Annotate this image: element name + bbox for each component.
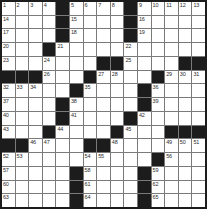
cell-r10c6[interactable]	[70, 126, 83, 139]
black-cell-r9c5	[56, 112, 69, 125]
cell-r8c2[interactable]	[16, 98, 29, 111]
black-cell-r10c4	[43, 126, 56, 139]
cell-r1c14[interactable]: 12	[179, 2, 192, 15]
cell-r6c9[interactable]: 28	[111, 71, 124, 84]
black-cell-r5c14	[179, 57, 192, 70]
cell-r15c2[interactable]	[16, 194, 29, 207]
cell-r1c12[interactable]: 10	[152, 2, 165, 15]
cell-r15c3[interactable]	[29, 194, 42, 207]
clue-number: 46	[30, 139, 36, 145]
clue-number: 62	[153, 181, 159, 187]
cell-r15c5[interactable]	[56, 194, 69, 207]
cell-r3c15[interactable]	[192, 29, 205, 42]
black-cell-r8c11	[138, 98, 151, 111]
cell-r4c10[interactable]: 22	[124, 43, 137, 56]
cell-r6c10[interactable]	[124, 71, 137, 84]
clue-number: 22	[125, 43, 131, 49]
black-cell-r5c9	[111, 57, 124, 70]
clue-number: 55	[98, 153, 104, 159]
cell-r4c15[interactable]	[192, 43, 205, 56]
clue-number: 8	[112, 2, 115, 8]
clue-number: 56	[166, 153, 172, 159]
cell-r3c11[interactable]: 19	[138, 29, 151, 42]
cell-r8c3[interactable]	[29, 98, 42, 111]
clue-number: 6	[85, 2, 88, 8]
clue-number: 16	[139, 16, 145, 22]
cell-r10c3[interactable]	[29, 126, 42, 139]
cell-r15c9[interactable]	[111, 194, 124, 207]
cell-r12c2[interactable]: 53	[16, 153, 29, 166]
cell-r1c4[interactable]: 4	[43, 2, 56, 15]
clue-number: 40	[3, 112, 9, 118]
black-cell-r14c6	[70, 181, 83, 194]
clue-number: 41	[71, 112, 77, 118]
cell-r1c8[interactable]: 7	[97, 2, 110, 15]
cell-r3c4[interactable]	[43, 29, 56, 42]
clue-number: 18	[71, 29, 77, 35]
cell-r4c13[interactable]	[165, 43, 178, 56]
cell-r9c8[interactable]	[97, 112, 110, 125]
cell-r4c2[interactable]	[16, 43, 29, 56]
clue-number: 61	[85, 181, 91, 187]
clue-number: 31	[193, 71, 199, 77]
black-cell-r10c13	[165, 126, 178, 139]
cell-r12c10[interactable]	[124, 153, 137, 166]
clue-number: 15	[71, 16, 77, 22]
cell-r12c7[interactable]: 54	[84, 153, 97, 166]
clue-number: 9	[139, 2, 142, 8]
cell-r15c15[interactable]	[192, 194, 205, 207]
cell-r9c7[interactable]	[84, 112, 97, 125]
cell-r10c8[interactable]	[97, 126, 110, 139]
cell-r5c12[interactable]	[152, 57, 165, 70]
clue-number: 29	[166, 71, 172, 77]
cell-r5c2[interactable]	[16, 57, 29, 70]
cell-r13c4[interactable]	[43, 167, 56, 180]
cell-r1c13[interactable]: 11	[165, 2, 178, 15]
cell-r12c15[interactable]	[192, 153, 205, 166]
cell-r12c1[interactable]: 52	[2, 153, 15, 166]
cell-r5c6[interactable]	[70, 57, 83, 70]
clue-number: 52	[3, 153, 9, 159]
cell-r10c1[interactable]: 43	[2, 126, 15, 139]
cell-r5c7[interactable]	[84, 57, 97, 70]
cell-r15c12[interactable]: 65	[152, 194, 165, 207]
cell-r11c6[interactable]	[70, 139, 83, 152]
clue-number: 14	[3, 16, 9, 22]
cell-r9c6[interactable]: 41	[70, 112, 83, 125]
cell-r15c7[interactable]: 64	[84, 194, 97, 207]
cell-r3c2[interactable]	[16, 29, 29, 42]
cell-r4c9[interactable]	[111, 43, 124, 56]
cell-r3c12[interactable]	[152, 29, 165, 42]
clue-number: 20	[3, 43, 9, 49]
cell-r8c9[interactable]	[111, 98, 124, 111]
cell-r13c2[interactable]	[16, 167, 29, 180]
cell-r14c12[interactable]: 62	[152, 181, 165, 194]
cell-r14c9[interactable]	[111, 181, 124, 194]
cell-r13c8[interactable]	[97, 167, 110, 180]
cell-r2c1[interactable]: 14	[2, 16, 15, 29]
cell-r6c13[interactable]: 29	[165, 71, 178, 84]
cell-r6c8[interactable]: 27	[97, 71, 110, 84]
black-cell-r15c11	[138, 194, 151, 207]
clue-number: 57	[3, 167, 9, 173]
cell-r10c11[interactable]	[138, 126, 151, 139]
black-cell-r13c11	[138, 167, 151, 180]
cell-r12c3[interactable]	[29, 153, 42, 166]
clue-number: 28	[112, 71, 118, 77]
cell-r12c11[interactable]	[138, 153, 151, 166]
cell-r6c11[interactable]	[138, 71, 151, 84]
clue-number: 10	[153, 2, 159, 8]
cell-r5c11[interactable]	[138, 57, 151, 70]
clue-number: 48	[112, 139, 118, 145]
clue-number: 25	[125, 57, 131, 63]
cell-r7c8[interactable]	[97, 84, 110, 97]
cell-r6c14[interactable]: 30	[179, 71, 192, 84]
cell-r11c13[interactable]: 49	[165, 139, 178, 152]
cell-r10c7[interactable]	[84, 126, 97, 139]
black-cell-r6c12	[152, 71, 165, 84]
cell-r1c2[interactable]: 2	[16, 2, 29, 15]
black-cell-r9c10	[124, 112, 137, 125]
cell-r9c1[interactable]: 40	[2, 112, 15, 125]
clue-number: 19	[139, 29, 145, 35]
cell-r4c8[interactable]	[97, 43, 110, 56]
cell-r1c11[interactable]: 9	[138, 2, 151, 15]
black-cell-r13c6	[70, 167, 83, 180]
cell-r4c3[interactable]	[29, 43, 42, 56]
cell-r4c14[interactable]	[179, 43, 192, 56]
clue-number: 27	[98, 71, 104, 77]
cell-r13c5[interactable]	[56, 167, 69, 180]
cell-r4c7[interactable]	[84, 43, 97, 56]
clue-number: 17	[3, 29, 9, 35]
black-cell-r15c6	[70, 194, 83, 207]
black-cell-r10c9	[111, 126, 124, 139]
cell-r8c4[interactable]	[43, 98, 56, 111]
cell-r5c5[interactable]	[56, 57, 69, 70]
clue-number: 24	[44, 57, 50, 63]
cell-r12c14[interactable]	[179, 153, 192, 166]
clue-number: 47	[44, 139, 50, 145]
cell-r2c4[interactable]	[43, 16, 56, 29]
cell-r3c14[interactable]	[179, 29, 192, 42]
cell-r14c15[interactable]	[192, 181, 205, 194]
cell-r4c5[interactable]: 21	[56, 43, 69, 56]
clue-number: 7	[98, 2, 101, 8]
cell-r14c5[interactable]	[56, 181, 69, 194]
clue-number: 42	[139, 112, 145, 118]
clue-number: 32	[3, 84, 9, 90]
clue-number: 65	[153, 194, 159, 200]
black-cell-r11c8	[97, 139, 110, 152]
clue-number: 50	[180, 139, 186, 145]
cell-r13c13[interactable]	[165, 167, 178, 180]
cell-r3c1[interactable]: 17	[2, 29, 15, 42]
cell-r2c12[interactable]	[152, 16, 165, 29]
clue-number: 33	[17, 84, 23, 90]
cell-r9c4[interactable]	[43, 112, 56, 125]
clue-number: 4	[44, 2, 47, 8]
clue-number: 38	[71, 98, 77, 104]
cell-r2c3[interactable]	[29, 16, 42, 29]
clue-number: 49	[166, 139, 172, 145]
cell-r2c9[interactable]	[111, 16, 124, 29]
cell-r14c7[interactable]: 61	[84, 181, 97, 194]
cell-r14c10[interactable]	[124, 181, 137, 194]
cell-r8c6[interactable]: 38	[70, 98, 83, 111]
cell-r7c4[interactable]	[43, 84, 56, 97]
cell-r6c5[interactable]	[56, 71, 69, 84]
cell-r7c1[interactable]: 32	[2, 84, 15, 97]
black-cell-r11c2	[16, 139, 29, 152]
cell-r11c15[interactable]: 51	[192, 139, 205, 152]
cell-r8c13[interactable]	[165, 98, 178, 111]
clue-number: 64	[85, 194, 91, 200]
black-cell-r4c4	[43, 43, 56, 56]
cell-r12c4[interactable]	[43, 153, 56, 166]
black-cell-r11c7	[84, 139, 97, 152]
cell-r12c13[interactable]: 56	[165, 153, 178, 166]
cell-r2c8[interactable]	[97, 16, 110, 29]
clue-number: 37	[3, 98, 9, 104]
black-cell-r7c11	[138, 84, 151, 97]
clue-number: 11	[166, 2, 171, 8]
crossword-grid: 1234567891011121314151617181920212223242…	[0, 0, 207, 209]
clue-number: 23	[3, 57, 9, 63]
cell-r12c6[interactable]	[70, 153, 83, 166]
clue-number: 34	[30, 84, 36, 90]
black-cell-r12c12	[152, 153, 165, 166]
cell-r3c3[interactable]	[29, 29, 42, 42]
black-cell-r1c5	[56, 2, 69, 15]
black-cell-r6c3	[29, 71, 42, 84]
cell-r2c2[interactable]	[16, 16, 29, 29]
clue-number: 60	[3, 181, 9, 187]
cell-r7c13[interactable]	[165, 84, 178, 97]
cell-r3c13[interactable]	[165, 29, 178, 42]
black-cell-r2c10	[124, 16, 137, 29]
cell-r15c1[interactable]: 63	[2, 194, 15, 207]
cell-r13c15[interactable]	[192, 167, 205, 180]
clue-number: 36	[153, 84, 159, 90]
clue-number: 26	[44, 71, 50, 77]
cell-r6c15[interactable]: 31	[192, 71, 205, 84]
cell-r14c1[interactable]: 60	[2, 181, 15, 194]
cell-r1c3[interactable]: 3	[29, 2, 42, 15]
clue-number: 35	[85, 84, 91, 90]
cell-r2c6[interactable]: 15	[70, 16, 83, 29]
cell-r4c1[interactable]: 20	[2, 43, 15, 56]
cell-r4c12[interactable]	[152, 43, 165, 56]
cell-r7c9[interactable]	[111, 84, 124, 97]
cell-r1c1[interactable]: 1	[2, 2, 15, 15]
cell-r10c12[interactable]	[152, 126, 165, 139]
cell-r2c13[interactable]	[165, 16, 178, 29]
clue-number: 3	[30, 2, 33, 8]
cell-r11c14[interactable]: 50	[179, 139, 192, 152]
black-cell-r10c15	[192, 126, 205, 139]
clue-number: 45	[125, 126, 131, 132]
black-cell-r2c5	[56, 16, 69, 29]
cell-r5c3[interactable]	[29, 57, 42, 70]
cell-r2c7[interactable]	[84, 16, 97, 29]
cell-r12c5[interactable]	[56, 153, 69, 166]
clue-number: 58	[85, 167, 91, 173]
black-cell-r6c1	[2, 71, 15, 84]
cell-r7c12[interactable]: 36	[152, 84, 165, 97]
black-cell-r10c14	[179, 126, 192, 139]
cell-r11c12[interactable]	[152, 139, 165, 152]
cell-r15c10[interactable]	[124, 194, 137, 207]
cell-r13c9[interactable]	[111, 167, 124, 180]
cell-r5c1[interactable]: 23	[2, 57, 15, 70]
clue-number: 1	[3, 2, 6, 8]
cell-r9c11[interactable]: 42	[138, 112, 151, 125]
black-cell-r3c5	[56, 29, 69, 42]
cell-r2c15[interactable]	[192, 16, 205, 29]
cell-r15c4[interactable]	[43, 194, 56, 207]
black-cell-r5c8	[97, 57, 110, 70]
cell-r11c11[interactable]	[138, 139, 151, 152]
page-background: 1234567891011121314151617181920212223242…	[0, 0, 207, 209]
clue-number: 51	[193, 139, 199, 145]
black-cell-r5c15	[192, 57, 205, 70]
cell-r11c10[interactable]	[124, 139, 137, 152]
cell-r2c14[interactable]	[179, 16, 192, 29]
cell-r13c14[interactable]	[179, 167, 192, 180]
black-cell-r11c1	[2, 139, 15, 152]
cell-r8c8[interactable]	[97, 98, 110, 111]
cell-r9c13[interactable]	[165, 112, 178, 125]
cell-r8c14[interactable]	[179, 98, 192, 111]
cell-r12c8[interactable]: 55	[97, 153, 110, 166]
cell-r4c6[interactable]	[70, 43, 83, 56]
cell-r15c8[interactable]	[97, 194, 110, 207]
cell-r14c13[interactable]	[165, 181, 178, 194]
black-cell-r3c10	[124, 29, 137, 42]
cell-r13c3[interactable]	[29, 167, 42, 180]
cell-r9c9[interactable]	[111, 112, 124, 125]
cell-r5c10[interactable]: 25	[124, 57, 137, 70]
cell-r1c7[interactable]: 6	[84, 2, 97, 15]
cell-r11c4[interactable]: 47	[43, 139, 56, 152]
cell-r3c7[interactable]	[84, 29, 97, 42]
cell-r8c7[interactable]	[84, 98, 97, 111]
clue-number: 44	[57, 126, 63, 132]
black-cell-r6c2	[16, 71, 29, 84]
cell-r13c12[interactable]: 59	[152, 167, 165, 180]
cell-r11c3[interactable]: 46	[29, 139, 42, 152]
cell-r14c4[interactable]	[43, 181, 56, 194]
cell-r9c2[interactable]	[16, 112, 29, 125]
cell-r13c7[interactable]: 58	[84, 167, 97, 180]
cell-r7c7[interactable]: 35	[84, 84, 97, 97]
clue-number: 63	[3, 194, 9, 200]
cell-r9c12[interactable]	[152, 112, 165, 125]
cell-r6c4[interactable]: 26	[43, 71, 56, 84]
cell-r7c3[interactable]: 34	[29, 84, 42, 97]
clue-number: 59	[153, 167, 159, 173]
cell-r2c11[interactable]: 16	[138, 16, 151, 29]
cell-r8c10[interactable]	[124, 98, 137, 111]
cell-r3c6[interactable]: 18	[70, 29, 83, 42]
cell-r7c14[interactable]	[179, 84, 192, 97]
cell-r8c12[interactable]: 39	[152, 98, 165, 111]
cell-r11c5[interactable]	[56, 139, 69, 152]
black-cell-r7c6	[70, 84, 83, 97]
cell-r5c4[interactable]: 24	[43, 57, 56, 70]
cell-r10c10[interactable]: 45	[124, 126, 137, 139]
black-cell-r1c10	[124, 2, 137, 15]
cell-r9c14[interactable]	[179, 112, 192, 125]
black-cell-r14c11	[138, 181, 151, 194]
cell-r7c2[interactable]: 33	[16, 84, 29, 97]
clue-number: 43	[3, 126, 9, 132]
cell-r15c13[interactable]	[165, 194, 178, 207]
cell-r14c2[interactable]	[16, 181, 29, 194]
cell-r10c5[interactable]: 44	[56, 126, 69, 139]
clue-number: 21	[57, 43, 63, 49]
cell-r14c3[interactable]	[29, 181, 42, 194]
clue-number: 30	[180, 71, 186, 77]
cell-r6c6[interactable]	[70, 71, 83, 84]
cell-r7c15[interactable]	[192, 84, 205, 97]
cell-r14c8[interactable]	[97, 181, 110, 194]
cell-r13c10[interactable]	[124, 167, 137, 180]
cell-r3c9[interactable]	[111, 29, 124, 42]
clue-number: 53	[17, 153, 23, 159]
black-cell-r6c7	[84, 71, 97, 84]
cell-r1c9[interactable]: 8	[111, 2, 124, 15]
cell-r11c9[interactable]: 48	[111, 139, 124, 152]
cell-r9c3[interactable]	[29, 112, 42, 125]
black-cell-r8c5	[56, 98, 69, 111]
cell-r13c1[interactable]: 57	[2, 167, 15, 180]
clue-number: 2	[17, 2, 20, 8]
clue-number: 54	[85, 153, 91, 159]
cell-r14c14[interactable]	[179, 181, 192, 194]
cell-r8c15[interactable]	[192, 98, 205, 111]
cell-r12c9[interactable]	[111, 153, 124, 166]
cell-r9c15[interactable]	[192, 112, 205, 125]
cell-r5c13[interactable]	[165, 57, 178, 70]
cell-r10c2[interactable]	[16, 126, 29, 139]
cell-r4c11[interactable]	[138, 43, 151, 56]
clue-number: 13	[193, 2, 199, 8]
clue-number: 5	[71, 2, 74, 8]
cell-r3c8[interactable]	[97, 29, 110, 42]
cell-r7c10[interactable]	[124, 84, 137, 97]
clue-number: 39	[153, 98, 159, 104]
cell-r1c6[interactable]: 5	[70, 2, 83, 15]
cell-r8c1[interactable]: 37	[2, 98, 15, 111]
clue-number: 12	[180, 2, 186, 8]
cell-r7c5[interactable]	[56, 84, 69, 97]
cell-r15c14[interactable]	[179, 194, 192, 207]
cell-r1c15[interactable]: 13	[192, 2, 205, 15]
